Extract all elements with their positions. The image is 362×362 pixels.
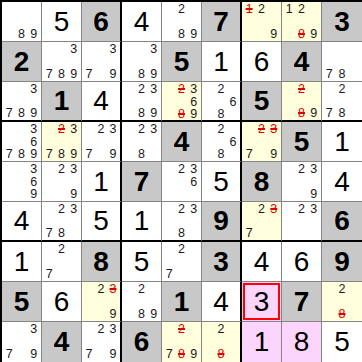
solved-digit: 4 <box>334 168 350 196</box>
cell-r6c8[interactable]: 23 <box>282 202 322 242</box>
candidate-digit: 9 <box>68 188 80 201</box>
solved-digit: 5 <box>334 328 350 356</box>
given-digit: 5 <box>14 288 30 316</box>
given-digit: 6 <box>134 328 150 356</box>
cell-r9c8[interactable]: 8 <box>282 322 322 362</box>
candidate-digit: 3 <box>28 83 40 96</box>
cell-r6c4[interactable]: 1 <box>122 202 162 242</box>
candidate-digit: 2 <box>215 123 227 136</box>
candidate-digit: 9 <box>107 308 119 321</box>
given-digit: 3 <box>334 8 350 36</box>
cell-r2c1[interactable]: 2 <box>2 42 42 82</box>
given-digit: 2 <box>14 48 30 76</box>
candidate-grid: 239 <box>283 163 320 200</box>
candidate-digit: 7 <box>83 148 95 161</box>
candidate-digit: 9 <box>28 188 40 201</box>
cell-r5c9[interactable]: 4 <box>322 162 362 202</box>
candidate-grid: 289 <box>123 283 160 320</box>
candidate-digit: 7 <box>243 148 255 161</box>
candidate-digit: 3 <box>68 123 80 136</box>
candidate-digit: 9 <box>188 108 200 121</box>
candidate-digit: 2 <box>336 83 349 96</box>
candidate-digit: 2 <box>95 123 107 136</box>
candidate-digit: 1 <box>283 3 295 16</box>
given-digit: 9 <box>334 248 350 276</box>
cell-r7c9[interactable]: 9 <box>322 242 362 282</box>
cell-r9c6[interactable]: 28 <box>202 322 242 362</box>
cell-r7c5[interactable]: 27 <box>162 242 202 282</box>
eliminated-candidate-digit: 2 <box>255 123 267 136</box>
candidate-digit: 8 <box>15 107 27 120</box>
candidate-digit: 7 <box>3 107 15 120</box>
cell-r1c2[interactable]: 5 <box>42 2 82 42</box>
cell-r3c4[interactable]: 2389 <box>122 82 162 122</box>
candidate-grid: 379 <box>3 323 40 361</box>
cell-r4c1[interactable]: 36789 <box>2 122 42 162</box>
solved-digit: 1 <box>134 207 150 235</box>
candidate-digit: 7 <box>43 268 55 281</box>
given-digit: 8 <box>254 168 270 196</box>
candidate-grid: 36789 <box>3 123 40 160</box>
eliminated-candidate-digit: 8 <box>175 348 187 361</box>
cell-r2c3[interactable]: 379 <box>82 42 122 82</box>
candidate-digit: 8 <box>135 68 147 81</box>
cell-r8c8[interactable]: 7 <box>282 282 322 322</box>
candidate-grid: 268 <box>203 123 239 160</box>
candidate-digit: 9 <box>268 148 280 161</box>
cell-r5c4[interactable]: 7 <box>122 162 162 202</box>
cell-r9c7[interactable]: 1 <box>242 322 282 362</box>
candidate-digit: 2 <box>135 283 147 296</box>
candidate-digit: 8 <box>175 28 187 41</box>
cell-r4c3[interactable]: 2379 <box>82 122 122 162</box>
cell-r6c6[interactable]: 9 <box>202 202 242 242</box>
given-digit: 4 <box>294 48 310 76</box>
cell-r7c2[interactable]: 27 <box>42 242 82 282</box>
candidate-digit: 2 <box>255 203 267 216</box>
candidate-digit: 2 <box>175 163 187 176</box>
cell-r3c1[interactable]: 3789 <box>2 82 42 122</box>
cell-r7c4[interactable]: 5 <box>122 242 162 282</box>
solved-digit: 4 <box>14 207 30 235</box>
candidate-digit: 3 <box>148 43 160 56</box>
candidate-grid: 238 <box>123 123 160 160</box>
candidate-digit: 2 <box>175 3 187 16</box>
candidate-digit: 8 <box>15 148 27 161</box>
candidate-grid: 2379 <box>243 123 280 160</box>
cell-r6c1[interactable]: 4 <box>2 202 42 242</box>
candidate-grid: 2379 <box>83 323 119 361</box>
cell-r4c9[interactable]: 1 <box>322 122 362 162</box>
cell-r9c1[interactable]: 379 <box>2 322 42 362</box>
candidate-digit: 3 <box>188 163 200 176</box>
cell-r5c8[interactable]: 239 <box>282 162 322 202</box>
eliminated-candidate-digit: 8 <box>175 108 187 121</box>
candidate-digit: 2 <box>215 83 227 96</box>
cell-r1c5[interactable]: 289 <box>162 2 202 42</box>
cell-r7c1[interactable]: 1 <box>2 242 42 282</box>
candidate-digit: 9 <box>28 107 40 120</box>
cell-r8c5[interactable]: 1 <box>162 282 202 322</box>
cell-r2c4[interactable]: 389 <box>122 42 162 82</box>
solved-digit: 4 <box>254 248 270 276</box>
cell-r1c3[interactable]: 6 <box>82 2 122 42</box>
candidate-grid: 2378 <box>43 203 80 239</box>
given-digit: 5 <box>254 87 270 115</box>
candidate-digit: 2 <box>175 203 187 216</box>
candidate-digit: 8 <box>135 148 147 161</box>
given-digit: 4 <box>174 128 190 156</box>
candidate-grid: 23789 <box>43 123 80 160</box>
cell-r4c5[interactable]: 4 <box>162 122 202 162</box>
candidate-digit: 9 <box>148 68 160 81</box>
candidate-digit: 7 <box>43 68 55 81</box>
cell-r8c1[interactable]: 5 <box>2 282 42 322</box>
candidate-digit: 3 <box>107 43 119 56</box>
candidate-digit: 7 <box>43 227 55 240</box>
candidate-digit: 7 <box>323 68 336 81</box>
candidate-grid: 1289 <box>283 3 320 40</box>
cell-r7c3[interactable]: 8 <box>82 242 122 282</box>
candidate-digit: 8 <box>55 68 67 81</box>
solved-digit: 5 <box>213 168 229 196</box>
candidate-digit: 9 <box>107 148 119 161</box>
candidate-grid: 268 <box>203 83 239 119</box>
candidate-grid: 289 <box>283 83 320 119</box>
cell-r9c4[interactable]: 6 <box>122 322 162 362</box>
cell-r2c8[interactable]: 4 <box>282 42 322 82</box>
cell-r7c8[interactable]: 6 <box>282 242 322 282</box>
solved-digit: 5 <box>134 248 150 276</box>
cell-r1c1[interactable]: 89 <box>2 2 42 42</box>
candidate-digit: 8 <box>175 227 187 240</box>
cell-r6c5[interactable]: 238 <box>162 202 202 242</box>
eliminated-candidate-digit: 8 <box>336 308 349 321</box>
eliminated-candidate-digit: 2 <box>175 323 187 336</box>
cell-r8c4[interactable]: 289 <box>122 282 162 322</box>
candidate-digit: 2 <box>255 3 267 16</box>
candidate-grid: 27 <box>43 243 80 280</box>
candidate-digit: 2 <box>55 243 67 256</box>
eliminated-candidate-digit: 3 <box>268 203 280 216</box>
cell-r9c9[interactable]: 5 <box>322 322 362 362</box>
cell-r5c1[interactable]: 369 <box>2 162 42 202</box>
candidate-grid: 389 <box>123 43 160 80</box>
given-digit: 7 <box>213 8 229 36</box>
candidate-digit: 9 <box>308 107 320 120</box>
candidate-digit: 3 <box>308 203 320 216</box>
candidate-digit: 8 <box>215 148 227 161</box>
eliminated-candidate-digit: 8 <box>215 348 227 361</box>
cell-r1c6[interactable]: 7 <box>202 2 242 42</box>
candidate-digit: 2 <box>55 203 67 216</box>
candidate-digit: 3 <box>107 123 119 136</box>
cell-r1c9[interactable]: 3 <box>322 2 362 42</box>
cell-r4c8[interactable]: 5 <box>282 122 322 162</box>
candidate-digit: 9 <box>107 68 119 81</box>
candidate-digit: 3 <box>148 83 160 96</box>
candidate-digit: 7 <box>83 348 95 361</box>
candidate-digit: 9 <box>148 107 160 120</box>
solved-digit: 8 <box>294 328 310 356</box>
solved-digit: 4 <box>134 8 150 36</box>
cell-r6c2[interactable]: 2378 <box>42 202 82 242</box>
candidate-digit: 9 <box>28 348 40 361</box>
solved-digit: 6 <box>254 48 270 76</box>
candidate-digit: 7 <box>323 107 336 120</box>
cell-r5c6[interactable]: 5 <box>202 162 242 202</box>
cell-r6c3[interactable]: 5 <box>82 202 122 242</box>
candidate-digit: 8 <box>336 68 349 81</box>
candidate-digit: 2 <box>95 323 107 336</box>
solved-digit: 4 <box>213 288 229 316</box>
eliminated-candidate-digit: 3 <box>268 123 280 136</box>
candidate-digit: 6 <box>188 176 200 189</box>
eliminated-candidate-digit: 2 <box>55 123 67 136</box>
cell-r6c9[interactable]: 6 <box>322 202 362 242</box>
candidate-grid: 23689 <box>163 83 200 119</box>
cell-r5c2[interactable]: 239 <box>42 162 82 202</box>
solved-digit: 6 <box>294 248 310 276</box>
cell-r1c7[interactable]: 129 <box>242 2 282 42</box>
cell-r8c6[interactable]: 4 <box>202 282 242 322</box>
candidate-digit: 2 <box>135 83 147 96</box>
candidate-grid: 2379 <box>83 123 119 160</box>
candidate-grid: 89 <box>3 3 40 40</box>
candidate-digit: 7 <box>3 148 15 161</box>
solved-digit: 1 <box>14 248 30 276</box>
candidate-digit: 8 <box>15 28 27 41</box>
solved-digit: 5 <box>54 8 70 36</box>
candidate-digit: 8 <box>135 308 147 321</box>
solved-digit: 1 <box>213 48 229 76</box>
cell-r1c8[interactable]: 1289 <box>282 2 322 42</box>
candidate-grid: 3789 <box>3 83 40 119</box>
candidate-digit: 3 <box>68 43 80 56</box>
candidate-grid: 129 <box>243 3 280 40</box>
cell-r4c2[interactable]: 23789 <box>42 122 82 162</box>
candidate-digit: 7 <box>163 268 175 281</box>
candidate-digit: 2 <box>336 283 349 296</box>
candidate-digit: 9 <box>188 348 200 361</box>
cell-r3c6[interactable]: 268 <box>202 82 242 122</box>
cell-r2c9[interactable]: 78 <box>322 42 362 82</box>
given-digit: 5 <box>174 48 190 76</box>
cell-r7c7[interactable]: 4 <box>242 242 282 282</box>
eliminated-candidate-digit: 3 <box>107 283 119 296</box>
candidate-grid: 239 <box>83 283 119 320</box>
candidate-digit: 8 <box>135 107 147 120</box>
candidate-grid: 239 <box>43 163 80 200</box>
candidate-grid: 238 <box>163 203 200 239</box>
cell-r9c3[interactable]: 2379 <box>82 322 122 362</box>
solved-digit: 6 <box>54 288 70 316</box>
candidate-grid: 2789 <box>163 323 200 361</box>
solved-digit: 1 <box>334 128 350 156</box>
candidate-grid: 369 <box>3 163 40 200</box>
given-digit: 3 <box>213 248 229 276</box>
solved-digit: 3 <box>254 288 270 316</box>
candidate-digit: 9 <box>148 308 160 321</box>
candidate-digit: 9 <box>268 28 280 41</box>
candidate-digit: 8 <box>215 108 227 121</box>
candidate-digit: 3 <box>188 83 200 96</box>
candidate-digit: 2 <box>295 163 307 176</box>
given-digit: 4 <box>54 328 70 356</box>
candidate-grid: 278 <box>323 83 361 119</box>
candidate-digit: 3 <box>28 163 40 176</box>
candidate-digit: 9 <box>28 148 40 161</box>
eliminated-candidate-digit: 1 <box>243 3 255 16</box>
candidate-digit: 2 <box>215 323 227 336</box>
candidate-digit: 9 <box>107 348 119 361</box>
sudoku-board: 8956428971291289323789379389516478378914… <box>0 0 362 362</box>
given-digit: 9 <box>213 207 229 235</box>
candidate-digit: 9 <box>308 188 320 201</box>
solved-digit: 1 <box>93 168 109 196</box>
cell-r3c9[interactable]: 278 <box>322 82 362 122</box>
cell-r2c6[interactable]: 1 <box>202 42 242 82</box>
cell-r8c7[interactable]: 3 <box>242 282 282 322</box>
cell-r8c3[interactable]: 239 <box>82 282 122 322</box>
candidate-digit: 7 <box>3 348 15 361</box>
cell-r4c6[interactable]: 268 <box>202 122 242 162</box>
cell-r4c7[interactable]: 2379 <box>242 122 282 162</box>
candidate-digit: 3 <box>107 323 119 336</box>
candidate-digit: 3 <box>68 163 80 176</box>
eliminated-candidate-digit: 2 <box>295 83 307 96</box>
candidate-digit: 2 <box>295 203 307 216</box>
cell-r9c2[interactable]: 4 <box>42 322 82 362</box>
given-digit: 6 <box>334 207 350 235</box>
cell-r5c7[interactable]: 8 <box>242 162 282 202</box>
cell-r3c3[interactable]: 4 <box>82 82 122 122</box>
cell-r2c2[interactable]: 3789 <box>42 42 82 82</box>
candidate-digit: 6 <box>227 96 239 109</box>
candidate-grid: 23 <box>283 203 320 239</box>
candidate-digit: 3 <box>68 203 80 216</box>
given-digit: 7 <box>294 288 310 316</box>
cell-r2c5[interactable]: 5 <box>162 42 202 82</box>
candidate-digit: 8 <box>55 148 67 161</box>
candidate-digit: 7 <box>43 148 55 161</box>
candidate-digit: 3 <box>28 323 40 336</box>
eliminated-candidate-digit: 8 <box>295 28 307 41</box>
given-digit: 1 <box>174 288 190 316</box>
candidate-digit: 3 <box>28 123 40 136</box>
candidate-digit: 9 <box>188 28 200 41</box>
candidate-digit: 2 <box>175 243 187 256</box>
cell-r4c4[interactable]: 238 <box>122 122 162 162</box>
candidate-grid: 2389 <box>123 83 160 119</box>
candidate-digit: 7 <box>163 348 175 361</box>
candidate-digit: 8 <box>336 107 349 120</box>
candidate-grid: 289 <box>163 3 200 40</box>
cell-r3c2[interactable]: 1 <box>42 82 82 122</box>
candidate-digit: 3 <box>148 123 160 136</box>
candidate-digit: 3 <box>188 203 200 216</box>
candidate-grid: 28 <box>323 283 361 320</box>
solved-digit: 1 <box>254 328 270 356</box>
cell-r3c5[interactable]: 23689 <box>162 82 202 122</box>
solved-digit: 4 <box>93 87 109 115</box>
candidate-grid: 237 <box>243 203 280 239</box>
cell-r1c4[interactable]: 4 <box>122 2 162 42</box>
cell-r9c5[interactable]: 2789 <box>162 322 202 362</box>
candidate-digit: 9 <box>28 28 40 41</box>
given-digit: 5 <box>294 128 310 156</box>
cell-r5c3[interactable]: 1 <box>82 162 122 202</box>
eliminated-candidate-digit: 2 <box>175 83 187 96</box>
candidate-grid: 28 <box>203 323 239 361</box>
candidate-digit: 2 <box>95 283 107 296</box>
candidate-digit: 2 <box>295 3 307 16</box>
candidate-grid: 3789 <box>43 43 80 80</box>
candidate-digit: 9 <box>68 148 80 161</box>
given-digit: 7 <box>134 168 150 196</box>
cell-r3c7[interactable]: 5 <box>242 82 282 122</box>
candidate-digit: 3 <box>308 163 320 176</box>
candidate-digit: 7 <box>243 227 255 240</box>
candidate-grid: 236 <box>163 163 200 200</box>
candidate-digit: 9 <box>308 28 320 41</box>
cell-r3c8[interactable]: 289 <box>282 82 322 122</box>
cell-r6c7[interactable]: 237 <box>242 202 282 242</box>
cell-r2c7[interactable]: 6 <box>242 42 282 82</box>
eliminated-candidate-digit: 8 <box>295 107 307 120</box>
candidate-digit: 2 <box>135 123 147 136</box>
candidate-digit: 9 <box>68 68 80 81</box>
given-digit: 8 <box>93 248 109 276</box>
candidate-grid: 78 <box>323 43 361 80</box>
cell-r8c9[interactable]: 28 <box>322 282 362 322</box>
cell-r7c6[interactable]: 3 <box>202 242 242 282</box>
candidate-digit: 2 <box>55 163 67 176</box>
candidate-grid: 379 <box>83 43 119 80</box>
candidate-digit: 8 <box>55 227 67 240</box>
given-digit: 1 <box>54 87 70 115</box>
solved-digit: 5 <box>93 207 109 235</box>
cell-r8c2[interactable]: 6 <box>42 282 82 322</box>
candidate-digit: 7 <box>83 68 95 81</box>
given-digit: 6 <box>93 8 109 36</box>
candidate-grid: 27 <box>163 243 200 280</box>
candidate-digit: 6 <box>227 136 239 149</box>
cell-r5c5[interactable]: 236 <box>162 162 202 202</box>
